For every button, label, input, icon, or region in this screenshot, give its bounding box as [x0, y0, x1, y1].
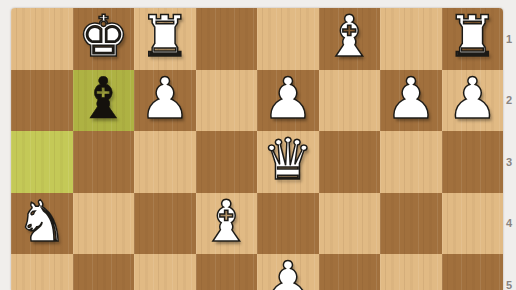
- square-b5[interactable]: [380, 254, 442, 290]
- square-g5[interactable]: [73, 254, 135, 290]
- white-bishop-piece[interactable]: ♝: [201, 193, 252, 250]
- square-e4[interactable]: ♝: [196, 193, 258, 255]
- square-b2[interactable]: ♟: [380, 70, 442, 132]
- square-h2[interactable]: [11, 70, 73, 132]
- square-a1[interactable]: ♜: [442, 8, 504, 70]
- square-c3[interactable]: [319, 131, 381, 193]
- square-d4[interactable]: [257, 193, 319, 255]
- black-bishop-piece[interactable]: ♝: [78, 70, 129, 127]
- square-b3[interactable]: [380, 131, 442, 193]
- square-e1[interactable]: [196, 8, 258, 70]
- rank-label-3: 3: [502, 155, 512, 169]
- square-f1[interactable]: ♜: [134, 8, 196, 70]
- square-d3[interactable]: ♛: [257, 131, 319, 193]
- rank-label-1: 1: [502, 32, 512, 46]
- square-g3[interactable]: [73, 131, 135, 193]
- square-e5[interactable]: [196, 254, 258, 290]
- square-e2[interactable]: [196, 70, 258, 132]
- white-knight-piece[interactable]: ♞: [16, 193, 67, 250]
- square-h5[interactable]: [11, 254, 73, 290]
- square-h1[interactable]: [11, 8, 73, 70]
- square-a3[interactable]: [442, 131, 504, 193]
- square-f5[interactable]: [134, 254, 196, 290]
- square-a5[interactable]: [442, 254, 504, 290]
- white-pawn-piece[interactable]: ♟: [262, 70, 313, 127]
- white-rook-piece[interactable]: ♜: [139, 8, 190, 65]
- white-pawn-piece[interactable]: ♟: [262, 254, 313, 290]
- square-g4[interactable]: [73, 193, 135, 255]
- square-f2[interactable]: ♟: [134, 70, 196, 132]
- square-a4[interactable]: [442, 193, 504, 255]
- square-c4[interactable]: [319, 193, 381, 255]
- square-a2[interactable]: ♟: [442, 70, 504, 132]
- white-pawn-piece[interactable]: ♟: [139, 70, 190, 127]
- page-background: ♚♜♝♜♝♟♟♟♟♛♞♝♟ 12345: [0, 0, 516, 290]
- square-g2[interactable]: ♝: [73, 70, 135, 132]
- square-h4[interactable]: ♞: [11, 193, 73, 255]
- square-b4[interactable]: [380, 193, 442, 255]
- white-rook-piece[interactable]: ♜: [447, 8, 498, 65]
- square-c1[interactable]: ♝: [319, 8, 381, 70]
- square-h3[interactable]: [11, 131, 73, 193]
- rank-label-4: 4: [502, 216, 512, 230]
- white-bishop-piece[interactable]: ♝: [324, 8, 375, 65]
- rank-label-2: 2: [502, 93, 512, 107]
- square-e3[interactable]: [196, 131, 258, 193]
- white-queen-piece[interactable]: ♛: [262, 131, 313, 188]
- square-b1[interactable]: [380, 8, 442, 70]
- square-d5[interactable]: ♟: [257, 254, 319, 290]
- square-f3[interactable]: [134, 131, 196, 193]
- chess-board: ♚♜♝♜♝♟♟♟♟♛♞♝♟: [11, 8, 503, 290]
- white-pawn-piece[interactable]: ♟: [447, 70, 498, 127]
- square-d2[interactable]: ♟: [257, 70, 319, 132]
- square-c5[interactable]: [319, 254, 381, 290]
- white-king-piece[interactable]: ♚: [78, 8, 129, 65]
- square-f4[interactable]: [134, 193, 196, 255]
- white-pawn-piece[interactable]: ♟: [385, 70, 436, 127]
- square-d1[interactable]: [257, 8, 319, 70]
- board-grid: ♚♜♝♜♝♟♟♟♟♛♞♝♟: [11, 8, 503, 290]
- rank-label-5: 5: [502, 278, 512, 290]
- square-c2[interactable]: [319, 70, 381, 132]
- square-g1[interactable]: ♚: [73, 8, 135, 70]
